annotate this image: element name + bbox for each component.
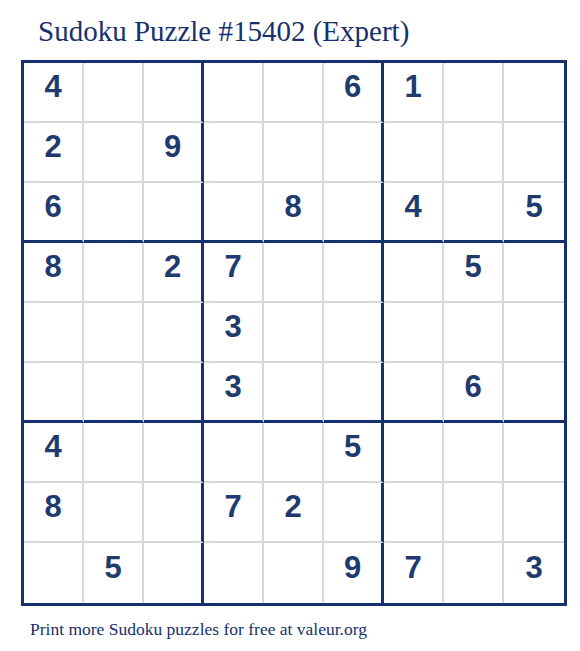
sudoku-cell-r2c7[interactable]: [384, 123, 444, 183]
sudoku-cell-r5c5[interactable]: [264, 303, 324, 363]
sudoku-cell-r2c5[interactable]: [264, 123, 324, 183]
sudoku-cell-r7c3[interactable]: [144, 423, 204, 483]
sudoku-cell-r8c7[interactable]: [384, 483, 444, 543]
sudoku-cell-r1c3[interactable]: [144, 63, 204, 123]
sudoku-cell-r9c4[interactable]: [204, 543, 264, 603]
sudoku-cell-r9c3[interactable]: [144, 543, 204, 603]
sudoku-cell-r9c2[interactable]: 5: [84, 543, 144, 603]
sudoku-cell-r7c9[interactable]: [504, 423, 564, 483]
sudoku-cell-r2c2[interactable]: [84, 123, 144, 183]
sudoku-cell-r6c7[interactable]: [384, 363, 444, 423]
sudoku-cell-r8c1[interactable]: 8: [24, 483, 84, 543]
sudoku-cell-r1c9[interactable]: [504, 63, 564, 123]
sudoku-cell-r4c8[interactable]: 5: [444, 243, 504, 303]
sudoku-cell-r1c6[interactable]: 6: [324, 63, 384, 123]
sudoku-cell-r2c4[interactable]: [204, 123, 264, 183]
sudoku-cell-r9c8[interactable]: [444, 543, 504, 603]
sudoku-cell-r8c2[interactable]: [84, 483, 144, 543]
sudoku-cell-r7c2[interactable]: [84, 423, 144, 483]
sudoku-cell-r3c5[interactable]: 8: [264, 183, 324, 243]
sudoku-cell-r4c9[interactable]: [504, 243, 564, 303]
sudoku-cell-r9c6[interactable]: 9: [324, 543, 384, 603]
sudoku-cell-r2c8[interactable]: [444, 123, 504, 183]
sudoku-cell-r3c7[interactable]: 4: [384, 183, 444, 243]
sudoku-cell-r6c5[interactable]: [264, 363, 324, 423]
sudoku-cell-r5c8[interactable]: [444, 303, 504, 363]
sudoku-cell-r3c9[interactable]: 5: [504, 183, 564, 243]
sudoku-cell-r2c1[interactable]: 2: [24, 123, 84, 183]
sudoku-cell-r2c3[interactable]: 9: [144, 123, 204, 183]
sudoku-cell-r1c7[interactable]: 1: [384, 63, 444, 123]
sudoku-cell-r5c4[interactable]: 3: [204, 303, 264, 363]
sudoku-cell-r6c6[interactable]: [324, 363, 384, 423]
sudoku-cell-r7c1[interactable]: 4: [24, 423, 84, 483]
sudoku-cell-r9c1[interactable]: [24, 543, 84, 603]
sudoku-cell-r5c2[interactable]: [84, 303, 144, 363]
sudoku-cell-r2c9[interactable]: [504, 123, 564, 183]
sudoku-cell-r6c4[interactable]: 3: [204, 363, 264, 423]
footer-text: Print more Sudoku puzzles for free at va…: [30, 618, 580, 640]
sudoku-cell-r4c4[interactable]: 7: [204, 243, 264, 303]
sudoku-cell-r5c9[interactable]: [504, 303, 564, 363]
sudoku-cell-r6c2[interactable]: [84, 363, 144, 423]
sudoku-cell-r8c9[interactable]: [504, 483, 564, 543]
sudoku-cell-r6c1[interactable]: [24, 363, 84, 423]
sudoku-cell-r4c1[interactable]: 8: [24, 243, 84, 303]
sudoku-cell-r9c9[interactable]: 3: [504, 543, 564, 603]
sudoku-cell-r4c2[interactable]: [84, 243, 144, 303]
sudoku-cell-r5c6[interactable]: [324, 303, 384, 363]
sudoku-cell-r9c5[interactable]: [264, 543, 324, 603]
sudoku-cell-r1c4[interactable]: [204, 63, 264, 123]
sudoku-cell-r6c3[interactable]: [144, 363, 204, 423]
sudoku-cell-r7c8[interactable]: [444, 423, 504, 483]
sudoku-cell-r3c1[interactable]: 6: [24, 183, 84, 243]
sudoku-cell-r1c1[interactable]: 4: [24, 63, 84, 123]
sudoku-cell-r7c4[interactable]: [204, 423, 264, 483]
sudoku-cell-r7c5[interactable]: [264, 423, 324, 483]
sudoku-cell-r3c4[interactable]: [204, 183, 264, 243]
sudoku-cell-r3c6[interactable]: [324, 183, 384, 243]
sudoku-page: Sudoku Puzzle #15402 (Expert) 4612968458…: [0, 13, 580, 640]
sudoku-cell-r4c3[interactable]: 2: [144, 243, 204, 303]
sudoku-cell-r3c8[interactable]: [444, 183, 504, 243]
sudoku-board: 4612968458275336458725973: [21, 60, 567, 606]
sudoku-cell-r9c7[interactable]: 7: [384, 543, 444, 603]
sudoku-cell-r3c3[interactable]: [144, 183, 204, 243]
sudoku-cell-r5c1[interactable]: [24, 303, 84, 363]
sudoku-cell-r8c8[interactable]: [444, 483, 504, 543]
sudoku-cell-r5c7[interactable]: [384, 303, 444, 363]
sudoku-cell-r8c6[interactable]: [324, 483, 384, 543]
sudoku-cell-r4c5[interactable]: [264, 243, 324, 303]
sudoku-cell-r2c6[interactable]: [324, 123, 384, 183]
sudoku-cell-r6c9[interactable]: [504, 363, 564, 423]
sudoku-cell-r1c8[interactable]: [444, 63, 504, 123]
sudoku-cell-r8c4[interactable]: 7: [204, 483, 264, 543]
sudoku-cell-r4c6[interactable]: [324, 243, 384, 303]
sudoku-cell-r4c7[interactable]: [384, 243, 444, 303]
sudoku-cell-r8c3[interactable]: [144, 483, 204, 543]
sudoku-cell-r3c2[interactable]: [84, 183, 144, 243]
sudoku-cell-r7c6[interactable]: 5: [324, 423, 384, 483]
sudoku-cell-r1c5[interactable]: [264, 63, 324, 123]
sudoku-cell-r6c8[interactable]: 6: [444, 363, 504, 423]
sudoku-cell-r8c5[interactable]: 2: [264, 483, 324, 543]
sudoku-cell-r7c7[interactable]: [384, 423, 444, 483]
sudoku-cell-r5c3[interactable]: [144, 303, 204, 363]
page-title: Sudoku Puzzle #15402 (Expert): [38, 13, 580, 49]
sudoku-cell-r1c2[interactable]: [84, 63, 144, 123]
